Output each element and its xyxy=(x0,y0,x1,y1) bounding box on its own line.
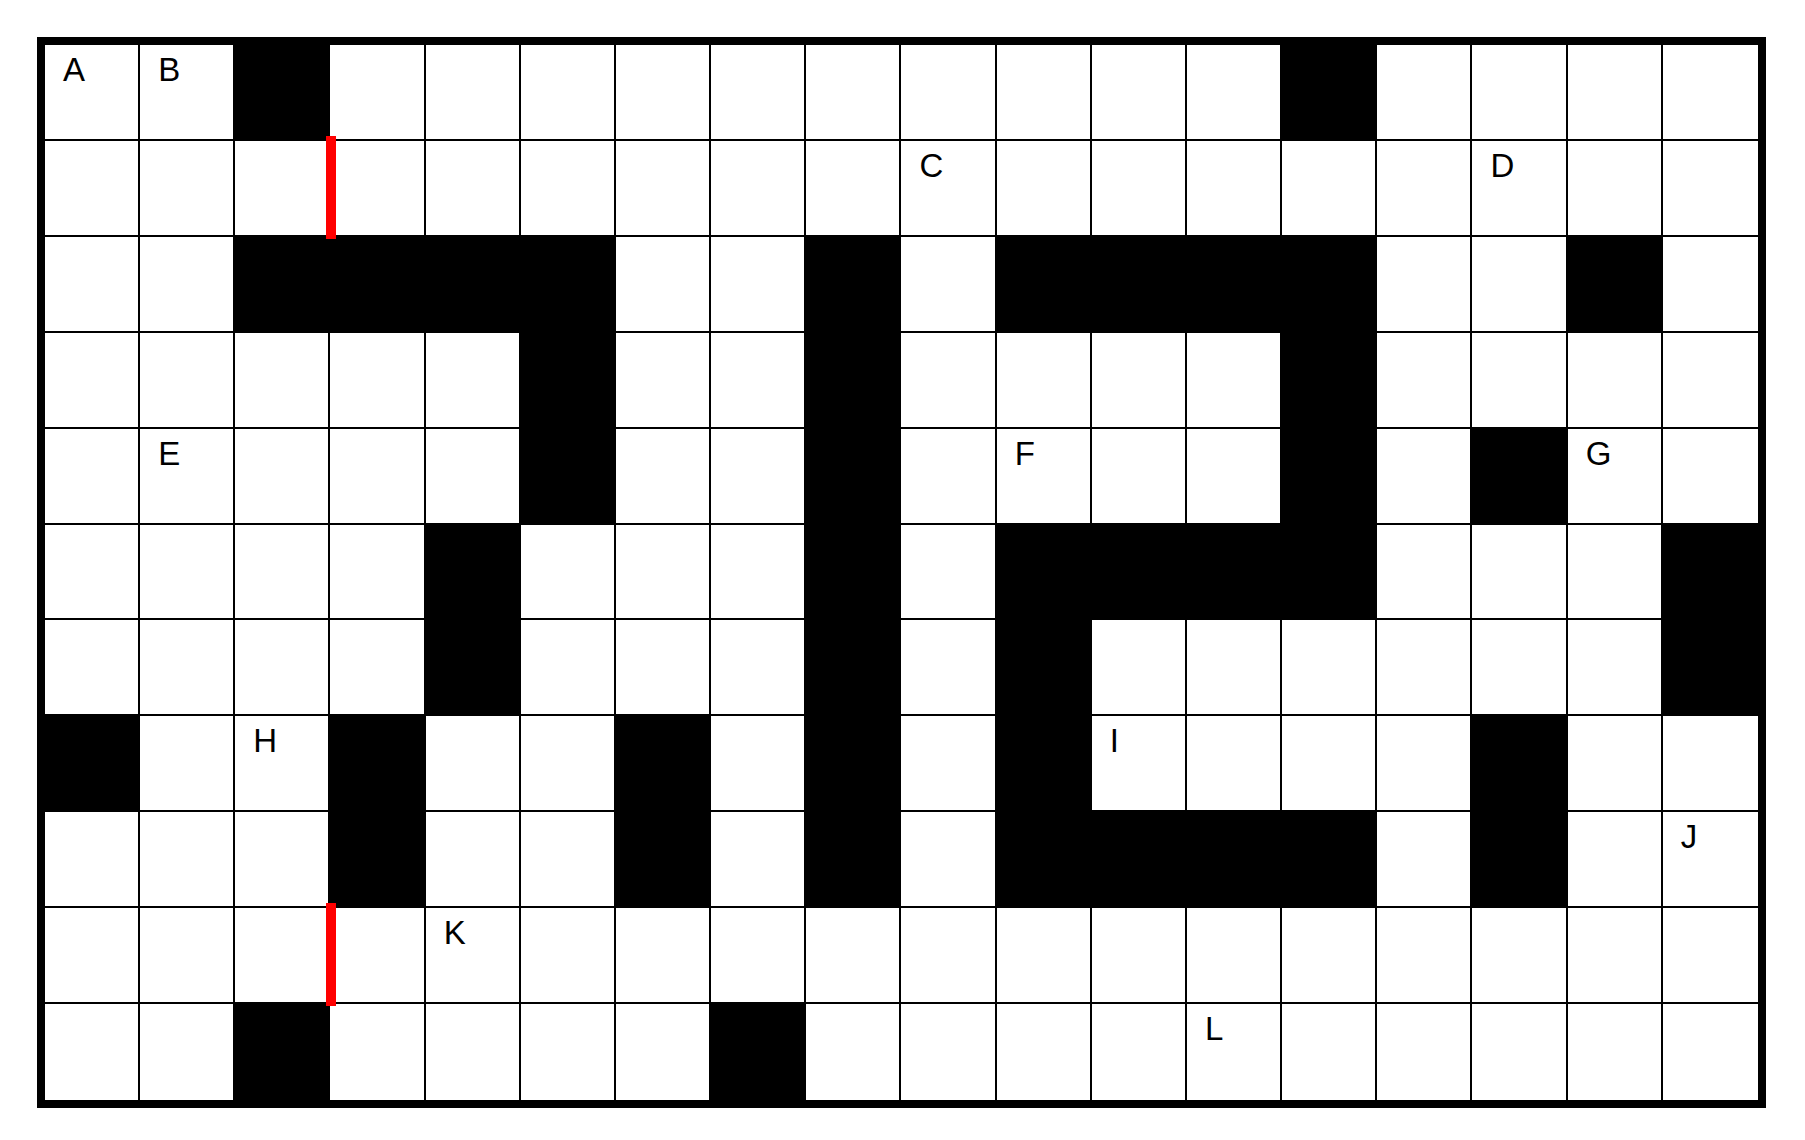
cell-r5-c0[interactable] xyxy=(45,525,140,621)
cell-r7-c11[interactable]: I xyxy=(1092,716,1187,812)
cell-r10-c3[interactable] xyxy=(330,1004,425,1100)
cell-r4-c8-black xyxy=(806,429,901,525)
cell-r2-c17[interactable] xyxy=(1663,237,1758,333)
cell-r5-c2[interactable] xyxy=(235,525,330,621)
cell-r6-c3[interactable] xyxy=(330,620,425,716)
cell-r4-c17[interactable] xyxy=(1663,429,1758,525)
cell-r0-c2-black xyxy=(235,45,330,141)
cell-r10-c9[interactable] xyxy=(901,1004,996,1100)
cell-r6-c14[interactable] xyxy=(1377,620,1472,716)
cell-r1-c5[interactable] xyxy=(521,141,616,237)
cell-r0-c9[interactable] xyxy=(901,45,996,141)
cell-r5-c10-black xyxy=(997,525,1092,621)
cell-r10-c2-black xyxy=(235,1004,330,1100)
cell-r4-c7[interactable] xyxy=(711,429,806,525)
cell-letter-l: L xyxy=(1187,1004,1280,1045)
cell-r7-c3-black xyxy=(330,716,425,812)
cell-r5-c5[interactable] xyxy=(521,525,616,621)
cell-r6-c12[interactable] xyxy=(1187,620,1282,716)
cell-letter-j: J xyxy=(1663,812,1758,853)
cell-r9-c9[interactable] xyxy=(901,908,996,1004)
cell-r4-c15-black xyxy=(1472,429,1567,525)
cell-r6-c6[interactable] xyxy=(616,620,711,716)
page-background: ABCDEFGHIJKL xyxy=(0,0,1805,1140)
cell-r3-c12[interactable] xyxy=(1187,333,1282,429)
cell-r2-c4-black xyxy=(426,237,521,333)
cell-letter-i: I xyxy=(1092,716,1185,757)
cell-r1-c6[interactable] xyxy=(616,141,711,237)
cell-r3-c16[interactable] xyxy=(1568,333,1663,429)
cell-r6-c4-black xyxy=(426,620,521,716)
cell-r8-c16[interactable] xyxy=(1568,812,1663,908)
cell-r8-c0[interactable] xyxy=(45,812,140,908)
cell-r0-c0[interactable]: A xyxy=(45,45,140,141)
cell-r1-c8[interactable] xyxy=(806,141,901,237)
cell-r3-c3[interactable] xyxy=(330,333,425,429)
cell-r7-c1[interactable] xyxy=(140,716,235,812)
cell-r0-c1[interactable]: B xyxy=(140,45,235,141)
cell-r5-c15[interactable] xyxy=(1472,525,1567,621)
cell-r8-c11-black xyxy=(1092,812,1187,908)
cell-r8-c9[interactable] xyxy=(901,812,996,908)
cell-r10-c17[interactable] xyxy=(1663,1004,1758,1100)
cell-r7-c10-black xyxy=(997,716,1092,812)
cell-r1-c4[interactable] xyxy=(426,141,521,237)
cell-r4-c12[interactable] xyxy=(1187,429,1282,525)
cell-r5-c12-black xyxy=(1187,525,1282,621)
cell-r10-c8[interactable] xyxy=(806,1004,901,1100)
cell-letter-g: G xyxy=(1568,429,1661,470)
cell-r3-c2[interactable] xyxy=(235,333,330,429)
cell-letter-k: K xyxy=(426,908,519,949)
cell-r7-c2[interactable]: H xyxy=(235,716,330,812)
cell-r1-c14[interactable] xyxy=(1377,141,1472,237)
cell-r6-c5[interactable] xyxy=(521,620,616,716)
cell-r7-c4[interactable] xyxy=(426,716,521,812)
cell-r1-c16[interactable] xyxy=(1568,141,1663,237)
cell-r8-c6-black xyxy=(616,812,711,908)
cell-r9-c5[interactable] xyxy=(521,908,616,1004)
cell-letter-a: A xyxy=(45,45,138,86)
cell-r3-c0[interactable] xyxy=(45,333,140,429)
cell-r3-c8-black xyxy=(806,333,901,429)
cell-r0-c13-black xyxy=(1282,45,1377,141)
cell-letter-f: F xyxy=(997,429,1090,470)
cell-r9-c8[interactable] xyxy=(806,908,901,1004)
cell-r4-c14[interactable] xyxy=(1377,429,1472,525)
cell-r2-c6[interactable] xyxy=(616,237,711,333)
cell-r8-c8-black xyxy=(806,812,901,908)
cell-r0-c6[interactable] xyxy=(616,45,711,141)
cell-r8-c14[interactable] xyxy=(1377,812,1472,908)
cell-r9-c7[interactable] xyxy=(711,908,806,1004)
cell-r9-c10[interactable] xyxy=(997,908,1092,1004)
cell-r9-c17[interactable] xyxy=(1663,908,1758,1004)
cell-r7-c6-black xyxy=(616,716,711,812)
cell-r1-c9[interactable]: C xyxy=(901,141,996,237)
cell-r6-c10-black xyxy=(997,620,1092,716)
cell-r8-c7[interactable] xyxy=(711,812,806,908)
cell-r7-c8-black xyxy=(806,716,901,812)
cell-r7-c13[interactable] xyxy=(1282,716,1377,812)
cell-r3-c15[interactable] xyxy=(1472,333,1567,429)
cell-r2-c14[interactable] xyxy=(1377,237,1472,333)
cell-r9-c14[interactable] xyxy=(1377,908,1472,1004)
cell-r6-c2[interactable] xyxy=(235,620,330,716)
cell-r5-c8-black xyxy=(806,525,901,621)
cell-r10-c16[interactable] xyxy=(1568,1004,1663,1100)
cell-r9-c1[interactable] xyxy=(140,908,235,1004)
cell-r4-c11[interactable] xyxy=(1092,429,1187,525)
cell-letter-c: C xyxy=(901,141,994,182)
cell-r6-c0[interactable] xyxy=(45,620,140,716)
cell-r2-c9[interactable] xyxy=(901,237,996,333)
cell-r2-c5-black xyxy=(521,237,616,333)
cell-r0-c14[interactable] xyxy=(1377,45,1472,141)
cell-r10-c6[interactable] xyxy=(616,1004,711,1100)
cell-r2-c12-black xyxy=(1187,237,1282,333)
cell-r3-c10[interactable] xyxy=(997,333,1092,429)
cell-r2-c7[interactable] xyxy=(711,237,806,333)
cell-r6-c15[interactable] xyxy=(1472,620,1567,716)
cell-r4-c10[interactable]: F xyxy=(997,429,1092,525)
cell-r9-c13[interactable] xyxy=(1282,908,1377,1004)
cell-r10-c14[interactable] xyxy=(1377,1004,1472,1100)
cell-letter-b: B xyxy=(140,45,233,86)
cell-r9-c16[interactable] xyxy=(1568,908,1663,1004)
cell-r9-c3[interactable] xyxy=(330,908,425,1004)
cell-r7-c14[interactable] xyxy=(1377,716,1472,812)
cell-r9-c0[interactable] xyxy=(45,908,140,1004)
cell-r3-c6[interactable] xyxy=(616,333,711,429)
cell-r7-c15-black xyxy=(1472,716,1567,812)
cell-r5-c14[interactable] xyxy=(1377,525,1472,621)
cell-r0-c8[interactable] xyxy=(806,45,901,141)
cell-r2-c3-black xyxy=(330,237,425,333)
cell-r0-c7[interactable] xyxy=(711,45,806,141)
cell-r6-c13[interactable] xyxy=(1282,620,1377,716)
cell-r8-c4[interactable] xyxy=(426,812,521,908)
red-bar-marker xyxy=(326,136,336,239)
cell-r10-c5[interactable] xyxy=(521,1004,616,1100)
cell-r9-c6[interactable] xyxy=(616,908,711,1004)
cell-r5-c11-black xyxy=(1092,525,1187,621)
cell-r4-c5-black xyxy=(521,429,616,525)
cell-r3-c14[interactable] xyxy=(1377,333,1472,429)
cell-r1-c1[interactable] xyxy=(140,141,235,237)
cell-r1-c15[interactable]: D xyxy=(1472,141,1567,237)
cell-r1-c3[interactable] xyxy=(330,141,425,237)
cell-r0-c11[interactable] xyxy=(1092,45,1187,141)
cell-r6-c7[interactable] xyxy=(711,620,806,716)
cell-r6-c17-black xyxy=(1663,620,1758,716)
cell-r9-c2[interactable] xyxy=(235,908,330,1004)
cell-r0-c3[interactable] xyxy=(330,45,425,141)
cell-r9-c15[interactable] xyxy=(1472,908,1567,1004)
cell-r0-c15[interactable] xyxy=(1472,45,1567,141)
cell-r7-c5[interactable] xyxy=(521,716,616,812)
cell-r1-c7[interactable] xyxy=(711,141,806,237)
cell-r8-c12-black xyxy=(1187,812,1282,908)
cell-r6-c11[interactable] xyxy=(1092,620,1187,716)
cell-r5-c3[interactable] xyxy=(330,525,425,621)
cell-r1-c12[interactable] xyxy=(1187,141,1282,237)
cell-r8-c13-black xyxy=(1282,812,1377,908)
cell-r9-c11[interactable] xyxy=(1092,908,1187,1004)
cell-r5-c6[interactable] xyxy=(616,525,711,621)
cell-r4-c13-black xyxy=(1282,429,1377,525)
cell-r8-c3-black xyxy=(330,812,425,908)
cell-r2-c16-black xyxy=(1568,237,1663,333)
cell-r0-c12[interactable] xyxy=(1187,45,1282,141)
cell-r8-c15-black xyxy=(1472,812,1567,908)
cell-r5-c17-black xyxy=(1663,525,1758,621)
cell-r5-c4-black xyxy=(426,525,521,621)
red-bar-marker xyxy=(326,903,336,1006)
cell-r7-c0-black xyxy=(45,716,140,812)
cell-r1-c0[interactable] xyxy=(45,141,140,237)
cell-r10-c0[interactable] xyxy=(45,1004,140,1100)
cell-r8-c1[interactable] xyxy=(140,812,235,908)
cell-r2-c1[interactable] xyxy=(140,237,235,333)
cell-r7-c7[interactable] xyxy=(711,716,806,812)
cell-r1-c2[interactable] xyxy=(235,141,330,237)
cell-r0-c4[interactable] xyxy=(426,45,521,141)
cell-r6-c8-black xyxy=(806,620,901,716)
cell-letter-e: E xyxy=(140,429,233,470)
cell-r10-c10[interactable] xyxy=(997,1004,1092,1100)
cell-r10-c15[interactable] xyxy=(1472,1004,1567,1100)
cell-r0-c5[interactable] xyxy=(521,45,616,141)
cell-r3-c5-black xyxy=(521,333,616,429)
cell-r2-c13-black xyxy=(1282,237,1377,333)
cell-r9-c4[interactable]: K xyxy=(426,908,521,1004)
cell-r8-c17[interactable]: J xyxy=(1663,812,1758,908)
cell-r7-c12[interactable] xyxy=(1187,716,1282,812)
cell-r7-c17[interactable] xyxy=(1663,716,1758,812)
cell-r4-c0[interactable] xyxy=(45,429,140,525)
cell-r1-c13[interactable] xyxy=(1282,141,1377,237)
cell-r4-c4[interactable] xyxy=(426,429,521,525)
cell-r7-c16[interactable] xyxy=(1568,716,1663,812)
cell-r4-c16[interactable]: G xyxy=(1568,429,1663,525)
cell-r1-c10[interactable] xyxy=(997,141,1092,237)
cell-r3-c1[interactable] xyxy=(140,333,235,429)
cell-r10-c1[interactable] xyxy=(140,1004,235,1100)
cell-r5-c13-black xyxy=(1282,525,1377,621)
cell-r10-c11[interactable] xyxy=(1092,1004,1187,1100)
cell-r6-c16[interactable] xyxy=(1568,620,1663,716)
cell-letter-h: H xyxy=(235,716,328,757)
cell-r10-c4[interactable] xyxy=(426,1004,521,1100)
cell-r10-c13[interactable] xyxy=(1282,1004,1377,1100)
cell-r1-c11[interactable] xyxy=(1092,141,1187,237)
cell-r2-c2-black xyxy=(235,237,330,333)
cell-r3-c17[interactable] xyxy=(1663,333,1758,429)
cell-r0-c16[interactable] xyxy=(1568,45,1663,141)
cell-r2-c10-black xyxy=(997,237,1092,333)
cell-r2-c8-black xyxy=(806,237,901,333)
cell-r0-c17[interactable] xyxy=(1663,45,1758,141)
cell-r4-c1[interactable]: E xyxy=(140,429,235,525)
cell-r5-c1[interactable] xyxy=(140,525,235,621)
cell-r10-c12[interactable]: L xyxy=(1187,1004,1282,1100)
cell-r0-c10[interactable] xyxy=(997,45,1092,141)
puzzle-board: ABCDEFGHIJKL xyxy=(37,37,1766,1108)
cell-r3-c9[interactable] xyxy=(901,333,996,429)
cell-r8-c2[interactable] xyxy=(235,812,330,908)
cell-r4-c2[interactable] xyxy=(235,429,330,525)
cell-r8-c5[interactable] xyxy=(521,812,616,908)
cell-r2-c15[interactable] xyxy=(1472,237,1567,333)
cell-r3-c13-black xyxy=(1282,333,1377,429)
cell-r1-c17[interactable] xyxy=(1663,141,1758,237)
cell-r4-c9[interactable] xyxy=(901,429,996,525)
cell-r3-c4[interactable] xyxy=(426,333,521,429)
cell-r2-c0[interactable] xyxy=(45,237,140,333)
cell-r7-c9[interactable] xyxy=(901,716,996,812)
cell-r3-c11[interactable] xyxy=(1092,333,1187,429)
cell-r10-c7-black xyxy=(711,1004,806,1100)
cell-r3-c7[interactable] xyxy=(711,333,806,429)
cell-r6-c1[interactable] xyxy=(140,620,235,716)
cell-letter-d: D xyxy=(1472,141,1565,182)
cell-r5-c16[interactable] xyxy=(1568,525,1663,621)
cell-r8-c10-black xyxy=(997,812,1092,908)
cell-r4-c6[interactable] xyxy=(616,429,711,525)
cell-r6-c9[interactable] xyxy=(901,620,996,716)
cell-r4-c3[interactable] xyxy=(330,429,425,525)
cell-r9-c12[interactable] xyxy=(1187,908,1282,1004)
cell-r5-c9[interactable] xyxy=(901,525,996,621)
cell-r5-c7[interactable] xyxy=(711,525,806,621)
cell-r2-c11-black xyxy=(1092,237,1187,333)
